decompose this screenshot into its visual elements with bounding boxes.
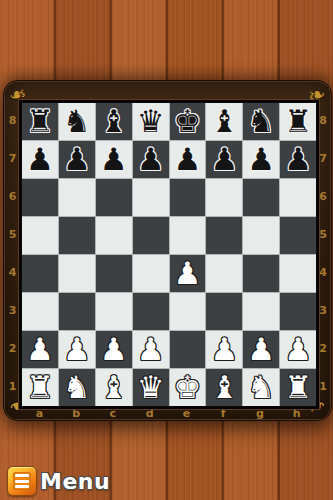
piece-white-bishop: ♝ xyxy=(100,372,128,403)
square-g2[interactable]: ♟ xyxy=(243,331,279,368)
square-d6[interactable] xyxy=(133,179,169,216)
square-f7[interactable]: ♟ xyxy=(206,141,242,178)
square-a4[interactable] xyxy=(22,255,58,292)
square-e2[interactable] xyxy=(170,331,206,368)
piece-white-rook: ♜ xyxy=(284,372,312,403)
file-label-g: g xyxy=(242,407,279,420)
square-e5[interactable] xyxy=(170,217,206,254)
square-c4[interactable] xyxy=(96,255,132,292)
rank-label-8: 8 xyxy=(4,102,21,140)
file-label-h: h xyxy=(278,407,315,420)
file-label-e: e xyxy=(168,407,205,420)
square-g6[interactable] xyxy=(243,179,279,216)
square-c7[interactable]: ♟ xyxy=(96,141,132,178)
square-d8[interactable]: ♛ xyxy=(133,103,169,140)
rank-label-5: 5 xyxy=(315,216,331,254)
square-b6[interactable] xyxy=(59,179,95,216)
square-e3[interactable] xyxy=(170,293,206,330)
rank-label-6: 6 xyxy=(315,178,331,216)
rank-label-2: 2 xyxy=(4,329,21,367)
file-labels-bottom: abcdefgh xyxy=(21,407,315,420)
rank-label-3: 3 xyxy=(315,291,331,329)
square-b7[interactable]: ♟ xyxy=(59,141,95,178)
square-c8[interactable]: ♝ xyxy=(96,103,132,140)
square-d2[interactable]: ♟ xyxy=(133,331,169,368)
square-d5[interactable] xyxy=(133,217,169,254)
rank-label-7: 7 xyxy=(315,140,331,178)
rank-label-4: 4 xyxy=(315,254,331,292)
square-h5[interactable] xyxy=(280,217,316,254)
app-screen: ❧ ❧ ❧ ❧ 87654321 87654321 abcdefgh ♜♞♝♛♚… xyxy=(0,0,333,500)
square-b8[interactable]: ♞ xyxy=(59,103,95,140)
piece-black-pawn: ♟ xyxy=(100,144,128,175)
piece-white-pawn: ♟ xyxy=(284,334,312,365)
piece-white-pawn: ♟ xyxy=(100,334,128,365)
square-c1[interactable]: ♝ xyxy=(96,369,132,406)
piece-black-pawn: ♟ xyxy=(137,144,165,175)
square-b3[interactable] xyxy=(59,293,95,330)
piece-black-rook: ♜ xyxy=(26,106,54,137)
file-label-f: f xyxy=(205,407,242,420)
rank-label-1: 1 xyxy=(4,367,21,405)
piece-black-rook: ♜ xyxy=(284,106,312,137)
square-b1[interactable]: ♞ xyxy=(59,369,95,406)
square-a1[interactable]: ♜ xyxy=(22,369,58,406)
rank-label-1: 1 xyxy=(315,367,331,405)
square-g3[interactable] xyxy=(243,293,279,330)
square-f6[interactable] xyxy=(206,179,242,216)
square-d4[interactable] xyxy=(133,255,169,292)
square-a6[interactable] xyxy=(22,179,58,216)
piece-black-knight: ♞ xyxy=(63,106,91,137)
square-h6[interactable] xyxy=(280,179,316,216)
square-h8[interactable]: ♜ xyxy=(280,103,316,140)
piece-black-knight: ♞ xyxy=(247,106,275,137)
square-d1[interactable]: ♛ xyxy=(133,369,169,406)
square-h1[interactable]: ♜ xyxy=(280,369,316,406)
square-a3[interactable] xyxy=(22,293,58,330)
square-c6[interactable] xyxy=(96,179,132,216)
piece-white-knight: ♞ xyxy=(247,372,275,403)
square-b5[interactable] xyxy=(59,217,95,254)
square-e4[interactable]: ♟ xyxy=(170,255,206,292)
square-g8[interactable]: ♞ xyxy=(243,103,279,140)
piece-white-pawn: ♟ xyxy=(137,334,165,365)
piece-black-pawn: ♟ xyxy=(26,144,54,175)
rank-label-4: 4 xyxy=(4,254,21,292)
square-a5[interactable] xyxy=(22,217,58,254)
piece-white-pawn: ♟ xyxy=(247,334,275,365)
piece-black-bishop: ♝ xyxy=(100,106,128,137)
square-c2[interactable]: ♟ xyxy=(96,331,132,368)
menu-button[interactable]: Menu xyxy=(7,466,110,496)
piece-black-pawn: ♟ xyxy=(284,144,312,175)
rank-label-7: 7 xyxy=(4,140,21,178)
square-d7[interactable]: ♟ xyxy=(133,141,169,178)
square-h7[interactable]: ♟ xyxy=(280,141,316,178)
square-h2[interactable]: ♟ xyxy=(280,331,316,368)
square-c3[interactable] xyxy=(96,293,132,330)
square-f3[interactable] xyxy=(206,293,242,330)
square-g1[interactable]: ♞ xyxy=(243,369,279,406)
square-b4[interactable] xyxy=(59,255,95,292)
piece-black-pawn: ♟ xyxy=(174,144,202,175)
square-a8[interactable]: ♜ xyxy=(22,103,58,140)
piece-black-king: ♚ xyxy=(174,106,202,137)
square-f4[interactable] xyxy=(206,255,242,292)
hamburger-menu-icon xyxy=(7,466,37,496)
square-e8[interactable]: ♚ xyxy=(170,103,206,140)
rank-label-3: 3 xyxy=(4,291,21,329)
square-g5[interactable] xyxy=(243,217,279,254)
square-e6[interactable] xyxy=(170,179,206,216)
piece-white-bishop: ♝ xyxy=(210,372,238,403)
square-c5[interactable] xyxy=(96,217,132,254)
square-e1[interactable]: ♚ xyxy=(170,369,206,406)
piece-white-queen: ♛ xyxy=(137,372,165,403)
rank-labels-left: 87654321 xyxy=(4,102,21,405)
square-f2[interactable]: ♟ xyxy=(206,331,242,368)
square-a2[interactable]: ♟ xyxy=(22,331,58,368)
piece-black-queen: ♛ xyxy=(137,106,165,137)
rank-label-5: 5 xyxy=(4,216,21,254)
piece-white-rook: ♜ xyxy=(26,372,54,403)
piece-white-pawn: ♟ xyxy=(210,334,238,365)
square-g7[interactable]: ♟ xyxy=(243,141,279,178)
rank-label-8: 8 xyxy=(315,102,331,140)
square-f5[interactable] xyxy=(206,217,242,254)
square-d3[interactable] xyxy=(133,293,169,330)
piece-black-bishop: ♝ xyxy=(210,106,238,137)
piece-white-pawn: ♟ xyxy=(63,334,91,365)
square-f8[interactable]: ♝ xyxy=(206,103,242,140)
rank-label-2: 2 xyxy=(315,329,331,367)
piece-white-pawn: ♟ xyxy=(26,334,54,365)
square-f1[interactable]: ♝ xyxy=(206,369,242,406)
file-label-c: c xyxy=(95,407,132,420)
menu-button-label: Menu xyxy=(40,469,110,494)
piece-white-pawn: ♟ xyxy=(174,258,202,289)
square-a7[interactable]: ♟ xyxy=(22,141,58,178)
file-label-b: b xyxy=(58,407,95,420)
piece-white-knight: ♞ xyxy=(63,372,91,403)
square-b2[interactable]: ♟ xyxy=(59,331,95,368)
piece-black-pawn: ♟ xyxy=(210,144,238,175)
square-h4[interactable] xyxy=(280,255,316,292)
piece-black-pawn: ♟ xyxy=(63,144,91,175)
chess-board-frame: ❧ ❧ ❧ ❧ 87654321 87654321 abcdefgh ♜♞♝♛♚… xyxy=(3,80,332,421)
piece-black-pawn: ♟ xyxy=(247,144,275,175)
square-e7[interactable]: ♟ xyxy=(170,141,206,178)
rank-label-6: 6 xyxy=(4,178,21,216)
square-g4[interactable] xyxy=(243,255,279,292)
square-h3[interactable] xyxy=(280,293,316,330)
chess-board-squares: ♜♞♝♛♚♝♞♜♟♟♟♟♟♟♟♟♟♟♟♟♟♟♟♟♜♞♝♛♚♝♞♜ xyxy=(21,102,317,407)
piece-white-king: ♚ xyxy=(174,372,202,403)
rank-labels-right: 87654321 xyxy=(315,102,331,405)
file-label-a: a xyxy=(21,407,58,420)
file-label-d: d xyxy=(131,407,168,420)
